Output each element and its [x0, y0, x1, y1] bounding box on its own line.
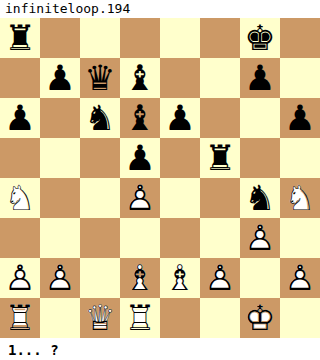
square-h7[interactable]	[280, 58, 320, 98]
square-f3[interactable]	[200, 218, 240, 258]
square-b8[interactable]	[40, 18, 80, 58]
square-a2[interactable]: ♟♙	[0, 258, 40, 298]
square-g7[interactable]: ♟	[240, 58, 280, 98]
square-a3[interactable]	[0, 218, 40, 258]
square-f6[interactable]	[200, 98, 240, 138]
white-piece-outline-glyph: ♔	[240, 298, 280, 338]
square-a7[interactable]	[0, 58, 40, 98]
square-d6[interactable]: ♝	[120, 98, 160, 138]
piece-black-rook[interactable]: ♜	[200, 138, 240, 178]
square-c4[interactable]	[80, 178, 120, 218]
piece-black-pawn[interactable]: ♟	[0, 98, 40, 138]
square-b5[interactable]	[40, 138, 80, 178]
square-b7[interactable]: ♟	[40, 58, 80, 98]
piece-black-king[interactable]: ♚	[240, 18, 280, 58]
black-piece-glyph: ♟	[240, 58, 280, 98]
piece-white-bishop[interactable]: ♝♗	[120, 258, 160, 298]
square-a6[interactable]: ♟	[0, 98, 40, 138]
square-e3[interactable]	[160, 218, 200, 258]
square-d5[interactable]: ♟	[120, 138, 160, 178]
piece-black-bishop[interactable]: ♝	[120, 58, 160, 98]
square-d3[interactable]	[120, 218, 160, 258]
white-piece-outline-glyph: ♗	[120, 258, 160, 298]
piece-white-rook[interactable]: ♜♖	[0, 298, 40, 338]
black-piece-glyph: ♟	[120, 138, 160, 178]
square-f8[interactable]	[200, 18, 240, 58]
white-piece-outline-glyph: ♖	[0, 298, 40, 338]
square-g1[interactable]: ♚♔	[240, 298, 280, 338]
square-c7[interactable]: ♛	[80, 58, 120, 98]
piece-white-knight[interactable]: ♞♘	[0, 178, 40, 218]
piece-black-pawn[interactable]: ♟	[280, 98, 320, 138]
square-f5[interactable]: ♜	[200, 138, 240, 178]
piece-white-bishop[interactable]: ♝♗	[160, 258, 200, 298]
square-e7[interactable]	[160, 58, 200, 98]
black-piece-glyph: ♝	[120, 58, 160, 98]
move-prompt: 1... ?	[0, 338, 320, 358]
square-a1[interactable]: ♜♖	[0, 298, 40, 338]
square-h8[interactable]	[280, 18, 320, 58]
square-c2[interactable]	[80, 258, 120, 298]
square-d7[interactable]: ♝	[120, 58, 160, 98]
square-d4[interactable]: ♟♙	[120, 178, 160, 218]
black-piece-glyph: ♟	[280, 98, 320, 138]
piece-black-pawn[interactable]: ♟	[40, 58, 80, 98]
piece-white-pawn[interactable]: ♟♙	[240, 218, 280, 258]
square-g8[interactable]: ♚	[240, 18, 280, 58]
piece-black-queen[interactable]: ♛	[80, 58, 120, 98]
square-c1[interactable]: ♛♕	[80, 298, 120, 338]
black-piece-glyph: ♟	[40, 58, 80, 98]
square-d2[interactable]: ♝♗	[120, 258, 160, 298]
white-piece-outline-glyph: ♙	[200, 258, 240, 298]
piece-white-pawn[interactable]: ♟♙	[120, 178, 160, 218]
square-b1[interactable]	[40, 298, 80, 338]
piece-white-pawn[interactable]: ♟♙	[280, 258, 320, 298]
square-g5[interactable]	[240, 138, 280, 178]
square-h5[interactable]	[280, 138, 320, 178]
white-piece-outline-glyph: ♘	[280, 178, 320, 218]
square-b3[interactable]	[40, 218, 80, 258]
piece-white-pawn[interactable]: ♟♙	[0, 258, 40, 298]
square-c6[interactable]: ♞	[80, 98, 120, 138]
black-piece-glyph: ♛	[80, 58, 120, 98]
square-g2[interactable]	[240, 258, 280, 298]
square-b6[interactable]	[40, 98, 80, 138]
black-piece-glyph: ♞	[240, 178, 280, 218]
piece-white-pawn[interactable]: ♟♙	[40, 258, 80, 298]
chess-board: ♜♚♟♛♝♟♟♞♝♟♟♟♜♞♘♟♙♞♞♘♟♙♟♙♟♙♝♗♝♗♟♙♟♙♜♖♛♕♜♖…	[0, 18, 320, 338]
black-piece-glyph: ♚	[240, 18, 280, 58]
square-e6[interactable]: ♟	[160, 98, 200, 138]
square-h2[interactable]: ♟♙	[280, 258, 320, 298]
square-e4[interactable]	[160, 178, 200, 218]
white-piece-outline-glyph: ♕	[80, 298, 120, 338]
piece-white-pawn[interactable]: ♟♙	[200, 258, 240, 298]
square-a4[interactable]: ♞♘	[0, 178, 40, 218]
square-e8[interactable]	[160, 18, 200, 58]
white-piece-outline-glyph: ♙	[40, 258, 80, 298]
square-a8[interactable]: ♜	[0, 18, 40, 58]
piece-black-knight[interactable]: ♞	[240, 178, 280, 218]
square-f7[interactable]	[200, 58, 240, 98]
black-piece-glyph: ♜	[0, 18, 40, 58]
piece-white-queen[interactable]: ♛♕	[80, 298, 120, 338]
square-g3[interactable]: ♟♙	[240, 218, 280, 258]
piece-black-pawn[interactable]: ♟	[120, 138, 160, 178]
piece-white-rook[interactable]: ♜♖	[120, 298, 160, 338]
white-piece-outline-glyph: ♙	[280, 258, 320, 298]
square-h3[interactable]	[280, 218, 320, 258]
white-piece-outline-glyph: ♗	[160, 258, 200, 298]
square-h1[interactable]	[280, 298, 320, 338]
square-b4[interactable]	[40, 178, 80, 218]
square-h6[interactable]: ♟	[280, 98, 320, 138]
piece-white-knight[interactable]: ♞♘	[280, 178, 320, 218]
piece-black-pawn[interactable]: ♟	[160, 98, 200, 138]
black-piece-glyph: ♞	[80, 98, 120, 138]
square-d1[interactable]: ♜♖	[120, 298, 160, 338]
square-c3[interactable]	[80, 218, 120, 258]
white-piece-outline-glyph: ♖	[120, 298, 160, 338]
square-b2[interactable]: ♟♙	[40, 258, 80, 298]
piece-black-rook[interactable]: ♜	[0, 18, 40, 58]
window-title: infiniteloop.194	[0, 0, 320, 18]
white-piece-outline-glyph: ♙	[0, 258, 40, 298]
square-g4[interactable]: ♞	[240, 178, 280, 218]
black-piece-glyph: ♟	[0, 98, 40, 138]
piece-black-bishop[interactable]: ♝	[120, 98, 160, 138]
square-a5[interactable]	[0, 138, 40, 178]
black-piece-glyph: ♜	[200, 138, 240, 178]
square-e2[interactable]: ♝♗	[160, 258, 200, 298]
black-piece-glyph: ♟	[160, 98, 200, 138]
square-f1[interactable]	[200, 298, 240, 338]
square-f2[interactable]: ♟♙	[200, 258, 240, 298]
white-piece-outline-glyph: ♘	[0, 178, 40, 218]
black-piece-glyph: ♝	[120, 98, 160, 138]
square-c8[interactable]	[80, 18, 120, 58]
piece-black-pawn[interactable]: ♟	[240, 58, 280, 98]
piece-white-king[interactable]: ♚♔	[240, 298, 280, 338]
square-f4[interactable]	[200, 178, 240, 218]
piece-black-knight[interactable]: ♞	[80, 98, 120, 138]
square-e5[interactable]	[160, 138, 200, 178]
square-g6[interactable]	[240, 98, 280, 138]
white-piece-outline-glyph: ♙	[120, 178, 160, 218]
square-h4[interactable]: ♞♘	[280, 178, 320, 218]
square-e1[interactable]	[160, 298, 200, 338]
white-piece-outline-glyph: ♙	[240, 218, 280, 258]
square-d8[interactable]	[120, 18, 160, 58]
square-c5[interactable]	[80, 138, 120, 178]
